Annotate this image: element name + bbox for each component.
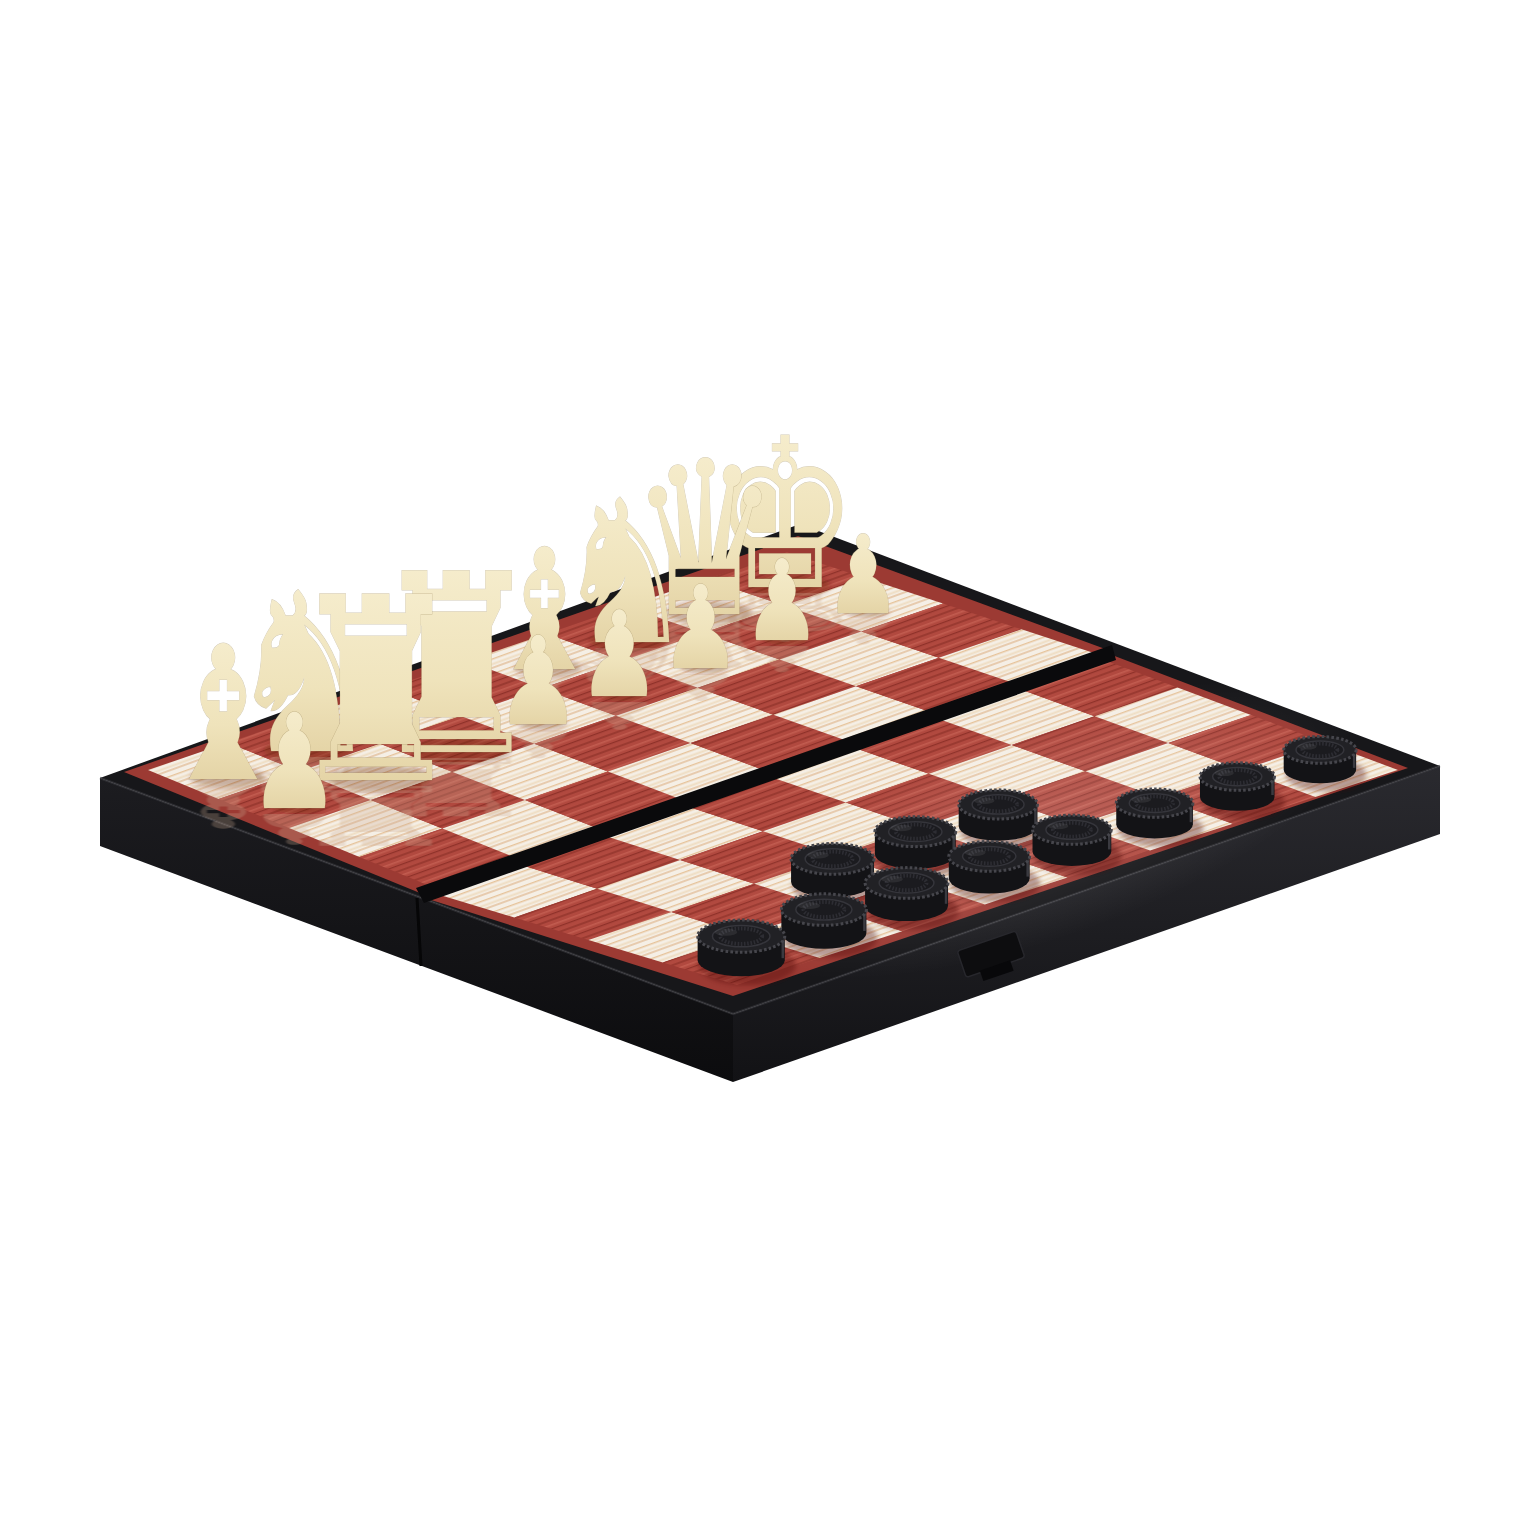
piece-glyph-pawn: ♟ (743, 537, 822, 667)
piece-glyph-pawn: ♟ (578, 586, 661, 724)
piece-glyph-pawn: ♟ (248, 685, 340, 839)
checker-glint (715, 929, 738, 936)
chess-piece-pawn-h2[interactable]: ♟♟ (825, 511, 901, 651)
checker-h8[interactable] (1284, 737, 1367, 792)
board-scene: ♚♚♟♟♛♛♟♟♞♞♟♟♝♝♟♟♟♟♞♞♜♜♝♝♜♜♟♟ (0, 0, 1530, 1530)
piece-glyph-pawn: ♟ (660, 561, 741, 695)
chess-piece-pawn-g2[interactable]: ♟♟ (743, 537, 822, 680)
checker-glint (1048, 823, 1068, 829)
checker-glint (881, 876, 903, 883)
checker-glint (807, 852, 829, 859)
piece-glyph-pawn: ♟ (825, 511, 901, 638)
checker-glint (798, 902, 820, 909)
checker-glint (965, 849, 986, 856)
checker-glint (891, 825, 912, 832)
chess-piece-pawn-a2[interactable]: ♟♟ (248, 685, 340, 853)
checker-glint (1131, 796, 1151, 802)
checker-a8[interactable] (698, 920, 796, 985)
product-photo-chess-checkers-set: ♚♚♟♟♛♛♟♟♞♞♟♟♝♝♟♟♟♟♞♞♜♜♝♝♜♜♟♟ (0, 0, 1530, 1530)
checker-glint (1215, 770, 1234, 776)
chess-piece-pawn-f2[interactable]: ♟♟ (660, 561, 741, 708)
chess-piece-pawn-e2[interactable]: ♟♟ (578, 586, 661, 738)
checker-glint (1298, 744, 1317, 750)
checker-glint (974, 798, 994, 804)
